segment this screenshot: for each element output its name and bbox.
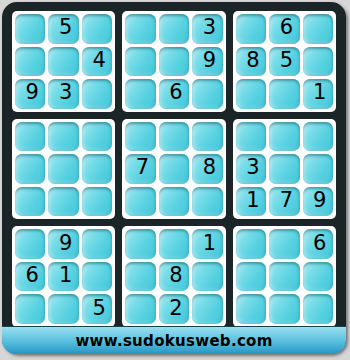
cell-r5c6[interactable]: 8 bbox=[192, 154, 222, 184]
cell-r4c2[interactable] bbox=[48, 122, 78, 152]
cell-r1c4[interactable] bbox=[125, 14, 155, 44]
cell-r8c8[interactable] bbox=[269, 262, 299, 292]
cell-r4c5[interactable] bbox=[159, 122, 189, 152]
cell-r4c1[interactable] bbox=[15, 122, 45, 152]
cell-r2c2[interactable] bbox=[48, 47, 78, 77]
cell-r1c5[interactable] bbox=[159, 14, 189, 44]
box-2-2: 78 bbox=[122, 119, 225, 220]
given-digit: 7 bbox=[280, 190, 293, 211]
cell-r6c8[interactable]: 7 bbox=[269, 187, 299, 217]
cell-r3c8[interactable] bbox=[269, 79, 299, 109]
given-digit: 2 bbox=[169, 298, 182, 319]
cell-r7c7[interactable] bbox=[236, 229, 266, 259]
cell-r1c3[interactable] bbox=[82, 14, 112, 44]
given-digit: 6 bbox=[313, 233, 326, 254]
given-digit: 8 bbox=[246, 50, 259, 71]
cell-r8c4[interactable] bbox=[125, 262, 155, 292]
cell-r6c2[interactable] bbox=[48, 187, 78, 217]
given-digit: 9 bbox=[59, 233, 72, 254]
cell-r6c6[interactable] bbox=[192, 187, 222, 217]
given-digit: 9 bbox=[313, 190, 326, 211]
cell-r3c3[interactable] bbox=[82, 79, 112, 109]
cell-r9c1[interactable] bbox=[15, 294, 45, 324]
given-digit: 5 bbox=[280, 50, 293, 71]
cell-r1c1[interactable] bbox=[15, 14, 45, 44]
given-digit: 9 bbox=[203, 50, 216, 71]
cell-r5c7[interactable]: 3 bbox=[236, 154, 266, 184]
cell-r4c4[interactable] bbox=[125, 122, 155, 152]
cell-r6c9[interactable]: 9 bbox=[303, 187, 333, 217]
cell-r7c2[interactable]: 9 bbox=[48, 229, 78, 259]
box-2-3: 3179 bbox=[233, 119, 336, 220]
box-1-2: 396 bbox=[122, 11, 225, 112]
cell-r6c3[interactable] bbox=[82, 187, 112, 217]
cell-r9c2[interactable] bbox=[48, 294, 78, 324]
cell-r4c6[interactable] bbox=[192, 122, 222, 152]
cell-r5c2[interactable] bbox=[48, 154, 78, 184]
cell-r8c6[interactable] bbox=[192, 262, 222, 292]
site-url[interactable]: www.sudokusweb.com bbox=[75, 332, 272, 350]
cell-r4c3[interactable] bbox=[82, 122, 112, 152]
given-digit: 5 bbox=[92, 298, 105, 319]
cell-r5c5[interactable] bbox=[159, 154, 189, 184]
cell-r3c6[interactable] bbox=[192, 79, 222, 109]
cell-r9c9[interactable] bbox=[303, 294, 333, 324]
cell-r7c8[interactable] bbox=[269, 229, 299, 259]
cell-r2c1[interactable] bbox=[15, 47, 45, 77]
sudoku-grid: 5493396685178317996151826 bbox=[12, 11, 336, 327]
cell-r1c9[interactable] bbox=[303, 14, 333, 44]
cell-r7c5[interactable] bbox=[159, 229, 189, 259]
cell-r8c3[interactable] bbox=[82, 262, 112, 292]
cell-r9c3[interactable]: 5 bbox=[82, 294, 112, 324]
given-digit: 3 bbox=[203, 17, 216, 38]
given-digit: 5 bbox=[59, 17, 72, 38]
cell-r1c7[interactable] bbox=[236, 14, 266, 44]
cell-r2c6[interactable]: 9 bbox=[192, 47, 222, 77]
given-digit: 8 bbox=[169, 265, 182, 286]
cell-r7c3[interactable] bbox=[82, 229, 112, 259]
given-digit: 6 bbox=[280, 17, 293, 38]
given-digit: 1 bbox=[59, 265, 72, 286]
cell-r8c9[interactable] bbox=[303, 262, 333, 292]
cell-r8c7[interactable] bbox=[236, 262, 266, 292]
box-1-3: 6851 bbox=[233, 11, 336, 112]
box-3-2: 182 bbox=[122, 226, 225, 327]
box-3-3: 6 bbox=[233, 226, 336, 327]
cell-r6c4[interactable] bbox=[125, 187, 155, 217]
cell-r2c4[interactable] bbox=[125, 47, 155, 77]
cell-r8c2[interactable]: 1 bbox=[48, 262, 78, 292]
given-digit: 3 bbox=[59, 82, 72, 103]
cell-r2c7[interactable]: 8 bbox=[236, 47, 266, 77]
box-2-1 bbox=[12, 119, 115, 220]
given-digit: 8 bbox=[203, 157, 216, 178]
given-digit: 7 bbox=[136, 157, 149, 178]
cell-r6c7[interactable]: 1 bbox=[236, 187, 266, 217]
given-digit: 1 bbox=[246, 190, 259, 211]
cell-r8c5[interactable]: 8 bbox=[159, 262, 189, 292]
cell-r9c6[interactable] bbox=[192, 294, 222, 324]
cell-r6c1[interactable] bbox=[15, 187, 45, 217]
cell-r5c9[interactable] bbox=[303, 154, 333, 184]
given-digit: 4 bbox=[92, 50, 105, 71]
cell-r5c3[interactable] bbox=[82, 154, 112, 184]
cell-r6c5[interactable] bbox=[159, 187, 189, 217]
cell-r2c9[interactable] bbox=[303, 47, 333, 77]
cell-r4c7[interactable] bbox=[236, 122, 266, 152]
cell-r3c4[interactable] bbox=[125, 79, 155, 109]
cell-r5c1[interactable] bbox=[15, 154, 45, 184]
box-3-1: 9615 bbox=[12, 226, 115, 327]
given-digit: 3 bbox=[246, 157, 259, 178]
given-digit: 1 bbox=[313, 82, 326, 103]
cell-r1c6[interactable]: 3 bbox=[192, 14, 222, 44]
cell-r2c3[interactable]: 4 bbox=[82, 47, 112, 77]
cell-r7c9[interactable]: 6 bbox=[303, 229, 333, 259]
cell-r7c4[interactable] bbox=[125, 229, 155, 259]
cell-r5c8[interactable] bbox=[269, 154, 299, 184]
cell-r3c2[interactable]: 3 bbox=[48, 79, 78, 109]
cell-r9c8[interactable] bbox=[269, 294, 299, 324]
box-1-1: 5493 bbox=[12, 11, 115, 112]
cell-r3c5[interactable]: 6 bbox=[159, 79, 189, 109]
cell-r3c7[interactable] bbox=[236, 79, 266, 109]
cell-r7c6[interactable]: 1 bbox=[192, 229, 222, 259]
cell-r9c5[interactable]: 2 bbox=[159, 294, 189, 324]
given-digit: 6 bbox=[169, 82, 182, 103]
cell-r8c1[interactable]: 6 bbox=[15, 262, 45, 292]
cell-r1c8[interactable]: 6 bbox=[269, 14, 299, 44]
cell-r1c2[interactable]: 5 bbox=[48, 14, 78, 44]
given-digit: 1 bbox=[203, 233, 216, 254]
cell-r3c9[interactable]: 1 bbox=[303, 79, 333, 109]
cell-r3c1[interactable]: 9 bbox=[15, 79, 45, 109]
cell-r5c4[interactable]: 7 bbox=[125, 154, 155, 184]
cell-r4c9[interactable] bbox=[303, 122, 333, 152]
cell-r2c5[interactable] bbox=[159, 47, 189, 77]
cell-r7c1[interactable] bbox=[15, 229, 45, 259]
cell-r2c8[interactable]: 5 bbox=[269, 47, 299, 77]
sudoku-board: 5493396685178317996151826 www.sudokusweb… bbox=[2, 2, 346, 354]
footer-bar: www.sudokusweb.com bbox=[2, 326, 346, 354]
cell-r9c7[interactable] bbox=[236, 294, 266, 324]
cell-r9c4[interactable] bbox=[125, 294, 155, 324]
cell-r4c8[interactable] bbox=[269, 122, 299, 152]
given-digit: 6 bbox=[26, 265, 39, 286]
given-digit: 9 bbox=[26, 82, 39, 103]
